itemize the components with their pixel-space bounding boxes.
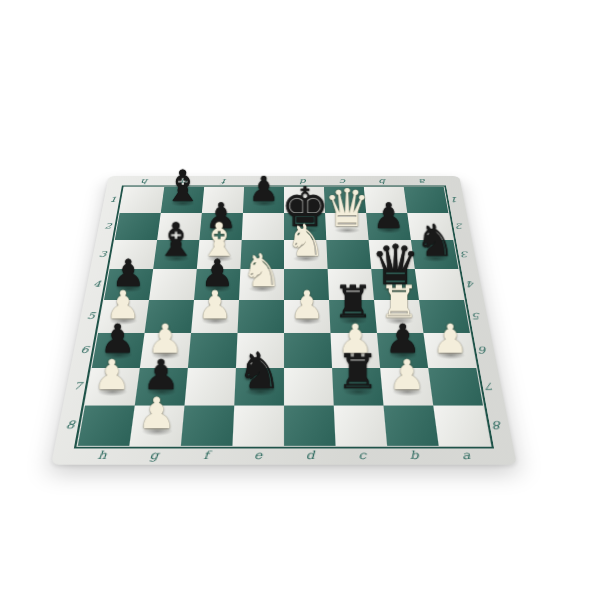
rank-label-right-7: 7: [479, 379, 501, 394]
rank-label-right-6: 6: [473, 343, 495, 357]
rank-label-left-1: 1: [104, 194, 122, 204]
piece-shadow-a3: [416, 254, 454, 263]
square-c8: [334, 406, 387, 446]
piece-shadow-g8: [134, 425, 178, 438]
rank-label-left-5: 5: [81, 309, 102, 322]
piece-shadow-d2: [287, 226, 323, 235]
file-label-top-c: c: [323, 177, 363, 187]
square-a6: [423, 333, 476, 368]
square-d8: [284, 406, 336, 446]
square-h2: [115, 213, 161, 240]
piece-shadow-g3: [157, 254, 194, 263]
square-a1: [404, 187, 449, 213]
file-label-top-e: e: [244, 177, 284, 187]
square-d4: [284, 269, 329, 300]
square-d7: [284, 368, 334, 406]
file-label-top-g: g: [164, 177, 205, 187]
square-h8: [78, 406, 135, 446]
square-c6: [330, 333, 380, 368]
piece-shadow-f3: [201, 254, 238, 263]
rank-label-right-3: 3: [456, 248, 475, 260]
square-g3: [153, 240, 199, 269]
file-label-bottom-e: e: [232, 447, 284, 464]
square-g4: [149, 269, 197, 300]
square-h1: [120, 187, 165, 213]
square-b8: [383, 406, 438, 446]
square-f6: [188, 333, 238, 368]
square-a8: [433, 406, 490, 446]
file-label-top-a: a: [402, 177, 443, 187]
file-label-bottom-b: b: [387, 447, 441, 464]
piece-shadow-c2: [329, 226, 365, 235]
square-f8: [181, 406, 234, 446]
rank-label-left-6: 6: [74, 343, 96, 357]
square-e6: [236, 333, 284, 368]
square-e2: [242, 213, 284, 240]
rank-label-left-2: 2: [99, 221, 118, 232]
square-d6: [284, 333, 332, 368]
square-g5: [145, 300, 194, 333]
file-label-bottom-d: d: [284, 447, 336, 464]
square-a4: [415, 269, 464, 300]
square-a5: [419, 300, 470, 333]
piece-shadow-e1: [246, 200, 281, 208]
file-label-bottom-f: f: [179, 447, 232, 464]
square-d3: [284, 240, 328, 269]
file-label-top-d: d: [284, 177, 324, 187]
square-c4: [328, 269, 374, 300]
file-label-bottom-a: a: [439, 447, 494, 464]
file-label-top-f: f: [204, 177, 244, 187]
file-label-bottom-h: h: [75, 447, 130, 464]
file-label-bottom-c: c: [336, 447, 389, 464]
square-h3: [110, 240, 158, 269]
rank-label-right-2: 2: [451, 221, 470, 232]
square-b1: [364, 187, 407, 213]
vinyl-chess-mat: hhggffeeddccbbaa1122334455667788♝♟♟♚♛♟♝♝…: [51, 176, 517, 465]
square-e3: [240, 240, 284, 269]
rank-label-left-8: 8: [59, 417, 82, 433]
rank-label-left-7: 7: [66, 379, 88, 394]
square-e8: [232, 406, 284, 446]
rank-label-right-4: 4: [461, 278, 481, 290]
rank-label-right-8: 8: [486, 417, 509, 433]
piece-shadow-f2: [203, 226, 239, 235]
file-label-bottom-g: g: [127, 447, 181, 464]
square-h6: [92, 333, 145, 368]
square-e5: [238, 300, 284, 333]
square-c3: [326, 240, 371, 269]
chess-board: [78, 187, 491, 446]
rank-label-left-4: 4: [87, 278, 107, 290]
piece-shadow-d3: [287, 254, 324, 263]
square-a2: [407, 213, 453, 240]
product-photo-chess-set: hhggffeeddccbbaa1122334455667788♝♟♟♚♛♟♝♝…: [0, 0, 600, 600]
square-f1: [202, 187, 244, 213]
piece-shadow-c6: [335, 350, 376, 361]
file-label-top-b: b: [363, 177, 404, 187]
piece-shadow-g1: [165, 200, 200, 208]
square-f3: [197, 240, 242, 269]
square-c1: [324, 187, 366, 213]
square-d1: [284, 187, 325, 213]
square-b3: [369, 240, 415, 269]
piece-shadow-b2: [371, 226, 407, 235]
rank-label-right-1: 1: [446, 194, 464, 204]
square-f7: [185, 368, 236, 406]
square-a7: [428, 368, 483, 406]
piece-shadow-b6: [382, 350, 423, 361]
rank-label-right-5: 5: [467, 309, 488, 322]
piece-shadow-g6: [145, 350, 186, 361]
square-g2: [157, 213, 202, 240]
square-g6: [140, 333, 191, 368]
square-a3: [411, 240, 459, 269]
file-label-top-h: h: [124, 177, 165, 187]
square-b6: [377, 333, 428, 368]
rank-label-left-3: 3: [93, 248, 112, 260]
